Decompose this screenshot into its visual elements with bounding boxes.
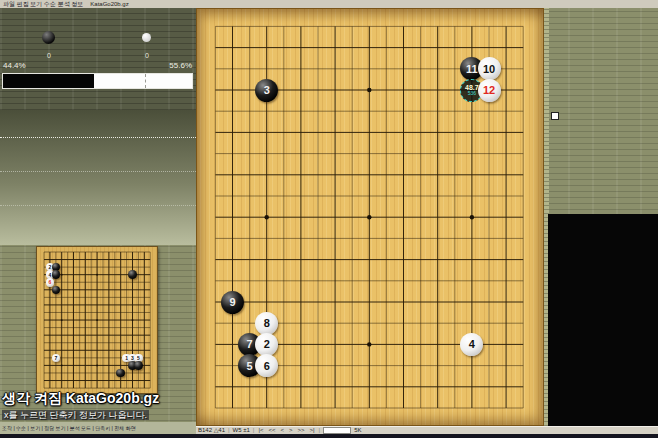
capture-winrate-panel: 0 0 44.4% 55.6%: [0, 8, 196, 110]
move-number-label: 2: [264, 338, 270, 350]
star-point: [96, 274, 98, 276]
move-number-label: 12: [483, 84, 495, 96]
star-point: [367, 88, 371, 92]
graph-gridline: [0, 137, 196, 138]
white-stone-move-10: 10: [478, 57, 501, 80]
star-point: [265, 215, 269, 219]
move-number-label: 5: [247, 360, 253, 372]
nav-first-button[interactable]: |<: [257, 427, 264, 434]
white-winrate-label: 55.6%: [169, 61, 192, 70]
star-point: [367, 342, 371, 346]
winrate-bar: [2, 73, 193, 89]
move-number-label: 7: [247, 338, 253, 350]
black-stone: [128, 270, 137, 279]
nav-forward-button[interactable]: >: [288, 427, 294, 434]
nav-back10-button[interactable]: <<: [267, 427, 276, 434]
toolbar-separator: |: [319, 427, 321, 434]
move-number-label: 11: [466, 63, 478, 75]
white-marker-square: [551, 112, 559, 120]
katago-analysis-window: 파일 편집 보기 수순 분석 정보KataGo20b.gz 0 0 44.4% …: [0, 0, 658, 438]
star-point: [96, 365, 98, 367]
black-stone-move-3: 3: [255, 79, 278, 102]
move-info: B142 △41: [198, 427, 225, 434]
right-background-panel: [544, 8, 658, 438]
star-point: [61, 365, 63, 367]
white-stone-move-8: 8: [255, 312, 278, 335]
nav-back-button[interactable]: <: [279, 427, 285, 434]
white-stone-move-6: 6: [46, 278, 55, 287]
move-number-label: 6: [49, 279, 52, 285]
move-number-label: 5: [137, 355, 140, 361]
black-winrate-label: 44.4%: [3, 61, 26, 70]
move-number-label: 4: [469, 338, 475, 350]
bottom-dark-strip: [0, 434, 658, 438]
graph-gridline: [0, 205, 196, 206]
nav-last-button[interactable]: >|: [309, 427, 316, 434]
star-point: [470, 215, 474, 219]
black-stone: [116, 369, 125, 378]
move-number-label: 9: [229, 296, 235, 308]
move-number-label: 8: [264, 317, 270, 329]
black-masked-region: [548, 214, 658, 426]
game-position-thumbnail-board[interactable]: 2467135: [36, 246, 158, 394]
white-stone-move-7: 7: [52, 354, 61, 363]
black-stone: [134, 361, 143, 370]
main-go-board[interactable]: 3111012987256448.7536: [196, 8, 544, 426]
eval-info: W5 ±1: [233, 427, 250, 434]
star-point: [96, 319, 98, 321]
white-captures-count: 0: [137, 52, 157, 59]
move-number-label: 7: [54, 355, 57, 361]
winrate-bar-black: [3, 74, 94, 88]
toolbar-separator: |: [253, 427, 255, 434]
star-point: [61, 319, 63, 321]
star-point: [132, 319, 134, 321]
nav-forward10-button[interactable]: >>: [297, 427, 306, 434]
graph-gridline: [0, 171, 196, 172]
black-stone-move-9: 9: [221, 291, 244, 314]
window-title: KataGo20b.gz: [90, 1, 128, 7]
white-stone-move-2: 2: [255, 333, 278, 356]
engine-status-text: 생각 켜짐 KataGo20b.gz: [2, 390, 159, 408]
candidate-visits: 536: [468, 91, 476, 96]
move-number-label: 6: [264, 360, 270, 372]
black-stone-indicator: [42, 31, 55, 44]
winrate-bar-marker: [145, 74, 146, 88]
black-stone: [52, 270, 61, 279]
black-captures-count: 0: [39, 52, 59, 59]
toolbar-separator: |: [228, 427, 230, 434]
move-number-label: 10: [483, 63, 495, 75]
white-stone-move-12: 12: [478, 79, 501, 102]
menu-items[interactable]: 파일 편집 보기 수순 분석 정보: [3, 1, 83, 7]
menu-bar[interactable]: 파일 편집 보기 수순 분석 정보KataGo20b.gz: [0, 0, 658, 8]
move-number-input[interactable]: [323, 427, 351, 434]
white-stone-indicator: [142, 33, 151, 42]
visits-label: 5K: [354, 427, 361, 434]
move-number-label: 3: [264, 84, 270, 96]
status-bar-left: 조작 | 수순 | 보기 | 정답 보기 | 분석 모드 | 단축키 | 전체 …: [0, 422, 196, 434]
shortcut-hint-text: x를 누르면 단축키 정보가 나옵니다.: [2, 409, 149, 422]
star-point: [367, 215, 371, 219]
navigation-toolbar: B142 △41 | W5 ±1 | |< << < > >> >| | 5K: [196, 426, 658, 434]
move-number-label: 4: [49, 272, 52, 278]
winrate-graph-panel: [0, 110, 196, 245]
move-number-label: 2: [49, 264, 52, 270]
black-stone: [52, 286, 61, 295]
star-point: [61, 274, 63, 276]
